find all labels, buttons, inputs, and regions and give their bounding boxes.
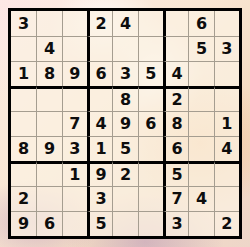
- cell-r1c6[interactable]: [138, 11, 163, 36]
- cell-r9c8[interactable]: [188, 211, 213, 236]
- cell-r4c3[interactable]: [62, 86, 87, 111]
- cell-r7c1[interactable]: [11, 161, 36, 186]
- sudoku-board: 3246453189635482749681893156419252374965…: [8, 8, 242, 239]
- cell-r2c3[interactable]: [62, 36, 87, 61]
- cell-r1c9[interactable]: [214, 11, 239, 36]
- cell-r5c6[interactable]: 6: [138, 111, 163, 136]
- page-background: 3246453189635482749681893156419252374965…: [0, 0, 250, 247]
- cell-r5c5[interactable]: 9: [112, 111, 137, 136]
- cell-r6c9[interactable]: 4: [214, 136, 239, 161]
- cell-r8c8[interactable]: 4: [188, 186, 213, 211]
- cell-r4c7[interactable]: 2: [163, 86, 188, 111]
- cell-r8c2[interactable]: [36, 186, 61, 211]
- cell-r1c4[interactable]: 2: [87, 11, 112, 36]
- cell-r2c1[interactable]: [11, 36, 36, 61]
- cell-r6c7[interactable]: 6: [163, 136, 188, 161]
- cell-r1c5[interactable]: 4: [112, 11, 137, 36]
- cell-r4c1[interactable]: [11, 86, 36, 111]
- cell-r2c6[interactable]: [138, 36, 163, 61]
- cell-r7c8[interactable]: [188, 161, 213, 186]
- cell-r9c3[interactable]: [62, 211, 87, 236]
- cell-r7c4[interactable]: 9: [87, 161, 112, 186]
- cell-r3c2[interactable]: 8: [36, 61, 61, 86]
- cell-r7c3[interactable]: 1: [62, 161, 87, 186]
- cell-r9c6[interactable]: [138, 211, 163, 236]
- cell-r5c8[interactable]: [188, 111, 213, 136]
- cell-r5c9[interactable]: 1: [214, 111, 239, 136]
- cell-r9c1[interactable]: 9: [11, 211, 36, 236]
- cell-r4c5[interactable]: 8: [112, 86, 137, 111]
- cell-r1c1[interactable]: 3: [11, 11, 36, 36]
- cell-r1c3[interactable]: [62, 11, 87, 36]
- cell-r4c2[interactable]: [36, 86, 61, 111]
- cell-r8c1[interactable]: 2: [11, 186, 36, 211]
- cell-r5c1[interactable]: [11, 111, 36, 136]
- cell-r7c7[interactable]: 5: [163, 161, 188, 186]
- cell-r8c7[interactable]: 7: [163, 186, 188, 211]
- cell-r7c9[interactable]: [214, 161, 239, 186]
- cell-r2c8[interactable]: 5: [188, 36, 213, 61]
- cell-r3c9[interactable]: [214, 61, 239, 86]
- cell-r3c8[interactable]: [188, 61, 213, 86]
- cell-r2c7[interactable]: [163, 36, 188, 61]
- cell-r3c6[interactable]: 5: [138, 61, 163, 86]
- cell-r6c8[interactable]: [188, 136, 213, 161]
- cell-r9c2[interactable]: 6: [36, 211, 61, 236]
- cell-r2c4[interactable]: [87, 36, 112, 61]
- cell-r1c7[interactable]: [163, 11, 188, 36]
- cell-r9c9[interactable]: 2: [214, 211, 239, 236]
- cell-r4c6[interactable]: [138, 86, 163, 111]
- cell-r3c4[interactable]: 6: [87, 61, 112, 86]
- cell-r6c2[interactable]: 9: [36, 136, 61, 161]
- cell-r6c3[interactable]: 3: [62, 136, 87, 161]
- cell-r5c4[interactable]: 4: [87, 111, 112, 136]
- cell-r1c2[interactable]: [36, 11, 61, 36]
- cell-r7c6[interactable]: [138, 161, 163, 186]
- cell-r1c8[interactable]: 6: [188, 11, 213, 36]
- cell-r9c4[interactable]: 5: [87, 211, 112, 236]
- cell-r3c1[interactable]: 1: [11, 61, 36, 86]
- cell-r4c4[interactable]: [87, 86, 112, 111]
- cell-r5c7[interactable]: 8: [163, 111, 188, 136]
- cell-r8c6[interactable]: [138, 186, 163, 211]
- cell-r9c5[interactable]: [112, 211, 137, 236]
- cell-r4c8[interactable]: [188, 86, 213, 111]
- cell-r5c2[interactable]: [36, 111, 61, 136]
- cell-r6c5[interactable]: 5: [112, 136, 137, 161]
- cell-r2c5[interactable]: [112, 36, 137, 61]
- cell-r6c4[interactable]: 1: [87, 136, 112, 161]
- cell-r9c7[interactable]: 3: [163, 211, 188, 236]
- cell-r2c9[interactable]: 3: [214, 36, 239, 61]
- cell-r8c4[interactable]: 3: [87, 186, 112, 211]
- cell-r2c2[interactable]: 4: [36, 36, 61, 61]
- cell-r6c6[interactable]: [138, 136, 163, 161]
- cell-r8c9[interactable]: [214, 186, 239, 211]
- cell-r6c1[interactable]: 8: [11, 136, 36, 161]
- cell-r8c5[interactable]: [112, 186, 137, 211]
- cell-r7c2[interactable]: [36, 161, 61, 186]
- cell-r3c3[interactable]: 9: [62, 61, 87, 86]
- cell-r7c5[interactable]: 2: [112, 161, 137, 186]
- cell-r5c3[interactable]: 7: [62, 111, 87, 136]
- cell-r8c3[interactable]: [62, 186, 87, 211]
- cell-r3c5[interactable]: 3: [112, 61, 137, 86]
- cell-r4c9[interactable]: [214, 86, 239, 111]
- cell-r3c7[interactable]: 4: [163, 61, 188, 86]
